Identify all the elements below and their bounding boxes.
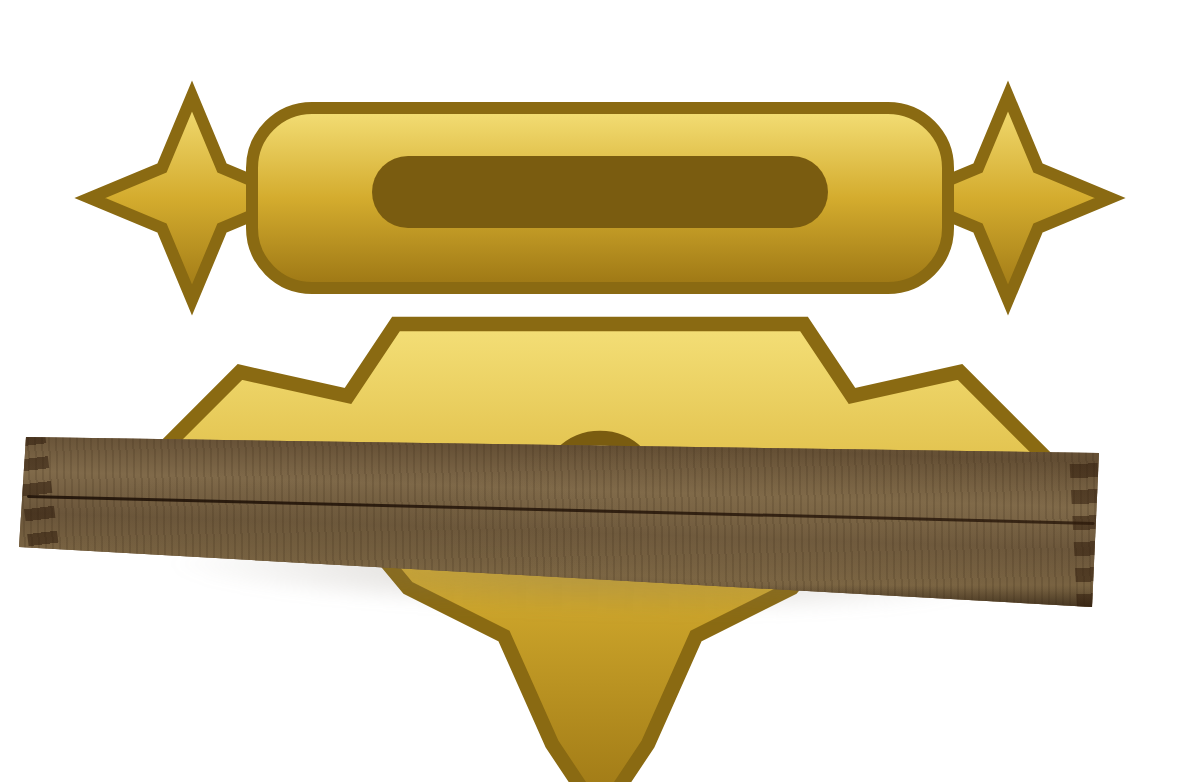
photo-scene: [0, 0, 1200, 782]
brass-clasp-left-icon: [0, 0, 1200, 782]
fold-seam: [27, 495, 1095, 525]
brass-clasp-icon: [0, 0, 1200, 782]
